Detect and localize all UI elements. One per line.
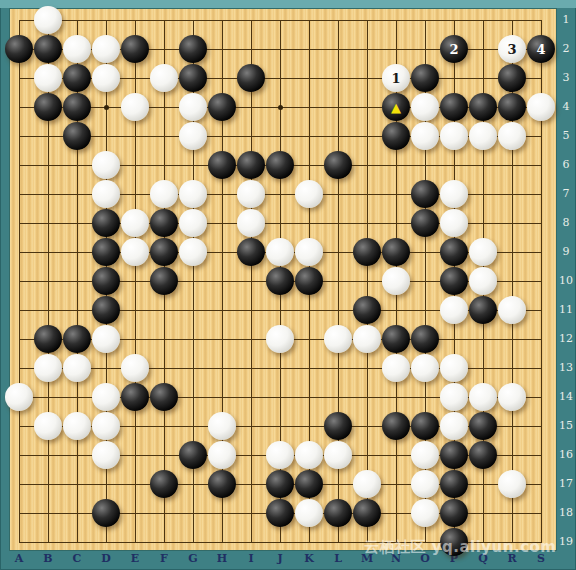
black-stone — [353, 238, 381, 266]
white-stone — [92, 35, 120, 63]
white-stone — [469, 267, 497, 295]
black-stone — [208, 151, 236, 179]
black-stone — [150, 238, 178, 266]
white-stone — [121, 93, 149, 121]
white-stone — [34, 6, 62, 34]
white-stone — [498, 383, 526, 411]
column-label: E — [126, 552, 144, 566]
white-stone — [295, 499, 323, 527]
white-stone — [411, 499, 439, 527]
column-label: L — [329, 552, 347, 566]
row-label: 12 — [556, 332, 576, 346]
white-stone — [92, 151, 120, 179]
black-stone — [440, 267, 468, 295]
black-stone — [92, 267, 120, 295]
row-label: 13 — [556, 361, 576, 375]
white-stone — [498, 296, 526, 324]
row-label: 2 — [556, 42, 576, 56]
column-label: D — [97, 552, 115, 566]
white-stone — [208, 441, 236, 469]
row-label: 16 — [556, 448, 576, 462]
black-stone — [92, 238, 120, 266]
row-label: 19 — [556, 535, 576, 549]
black-stone — [440, 499, 468, 527]
white-stone — [324, 441, 352, 469]
white-stone — [295, 180, 323, 208]
black-stone: 4 — [527, 35, 555, 63]
row-label: 11 — [556, 303, 576, 317]
white-stone — [440, 383, 468, 411]
column-label: A — [10, 552, 28, 566]
black-stone — [179, 64, 207, 92]
black-stone — [237, 64, 265, 92]
black-stone — [63, 93, 91, 121]
star-point — [278, 105, 283, 110]
black-stone — [92, 499, 120, 527]
white-stone — [179, 209, 207, 237]
white-stone — [440, 122, 468, 150]
white-stone — [150, 180, 178, 208]
white-stone — [34, 412, 62, 440]
black-stone — [440, 93, 468, 121]
white-stone — [266, 238, 294, 266]
black-stone — [469, 441, 497, 469]
black-stone — [63, 122, 91, 150]
white-stone — [411, 93, 439, 121]
white-stone — [440, 354, 468, 382]
black-stone — [92, 209, 120, 237]
black-stone — [469, 93, 497, 121]
white-stone — [92, 180, 120, 208]
white-stone — [440, 412, 468, 440]
white-stone — [208, 412, 236, 440]
row-label: 4 — [556, 100, 576, 114]
white-stone — [382, 354, 410, 382]
white-stone — [324, 325, 352, 353]
white-stone — [411, 354, 439, 382]
row-label: 10 — [556, 274, 576, 288]
black-stone — [382, 238, 410, 266]
white-stone — [469, 383, 497, 411]
row-label: 7 — [556, 187, 576, 201]
column-label: I — [242, 552, 260, 566]
white-stone: 1 — [382, 64, 410, 92]
column-label: B — [39, 552, 57, 566]
frame-top-band — [0, 0, 576, 8]
black-stone — [208, 93, 236, 121]
black-stone — [324, 151, 352, 179]
black-stone — [411, 64, 439, 92]
black-stone — [179, 441, 207, 469]
black-stone — [382, 122, 410, 150]
black-stone — [324, 499, 352, 527]
row-label: 3 — [556, 71, 576, 85]
column-label: H — [213, 552, 231, 566]
white-stone — [63, 35, 91, 63]
black-stone — [498, 93, 526, 121]
black-stone — [208, 470, 236, 498]
white-stone — [92, 64, 120, 92]
black-stone — [266, 470, 294, 498]
white-stone — [237, 209, 265, 237]
black-stone — [34, 325, 62, 353]
black-stone — [353, 499, 381, 527]
white-stone — [121, 238, 149, 266]
black-stone — [411, 412, 439, 440]
white-stone — [266, 441, 294, 469]
white-stone — [353, 325, 381, 353]
column-label: F — [155, 552, 173, 566]
row-label: 15 — [556, 419, 576, 433]
white-stone — [179, 180, 207, 208]
black-stone — [266, 151, 294, 179]
white-stone — [179, 122, 207, 150]
white-stone — [411, 122, 439, 150]
column-label: K — [300, 552, 318, 566]
black-stone — [5, 35, 33, 63]
white-stone — [237, 180, 265, 208]
row-label: 14 — [556, 390, 576, 404]
white-stone — [92, 412, 120, 440]
triangle-mark: ▲ — [391, 101, 401, 114]
white-stone — [34, 354, 62, 382]
black-stone — [295, 267, 323, 295]
white-stone — [382, 267, 410, 295]
row-label: 9 — [556, 245, 576, 259]
black-stone — [121, 35, 149, 63]
black-stone — [121, 383, 149, 411]
white-stone — [527, 93, 555, 121]
black-stone — [382, 412, 410, 440]
white-stone — [411, 441, 439, 469]
row-label: 8 — [556, 216, 576, 230]
white-stone — [5, 383, 33, 411]
white-stone — [353, 470, 381, 498]
white-stone — [295, 441, 323, 469]
grid-vline — [367, 20, 368, 543]
black-stone — [150, 470, 178, 498]
black-stone — [295, 470, 323, 498]
black-stone — [440, 470, 468, 498]
black-stone — [469, 296, 497, 324]
white-stone — [440, 209, 468, 237]
white-stone — [179, 93, 207, 121]
white-stone — [63, 412, 91, 440]
black-stone — [237, 238, 265, 266]
white-stone — [498, 122, 526, 150]
black-stone — [150, 209, 178, 237]
white-stone — [469, 122, 497, 150]
column-label: J — [271, 552, 289, 566]
black-stone — [324, 412, 352, 440]
row-label: 6 — [556, 158, 576, 172]
star-point — [104, 105, 109, 110]
black-stone — [411, 180, 439, 208]
row-label: 1 — [556, 13, 576, 27]
white-stone — [92, 325, 120, 353]
white-stone — [34, 64, 62, 92]
black-stone — [353, 296, 381, 324]
column-label: G — [184, 552, 202, 566]
row-label: 18 — [556, 506, 576, 520]
white-stone — [440, 180, 468, 208]
white-stone: 3 — [498, 35, 526, 63]
go-board: 2341▲ — [10, 9, 556, 550]
white-stone — [63, 354, 91, 382]
black-stone — [266, 267, 294, 295]
black-stone — [63, 325, 91, 353]
black-stone: 2 — [440, 35, 468, 63]
black-stone — [411, 209, 439, 237]
watermark-text: 云栖社区 yq.aliyun.com — [364, 538, 557, 557]
black-stone — [411, 325, 439, 353]
black-stone — [237, 151, 265, 179]
black-stone — [34, 35, 62, 63]
white-stone — [411, 470, 439, 498]
black-stone — [440, 238, 468, 266]
black-stone — [469, 412, 497, 440]
black-stone: ▲ — [382, 93, 410, 121]
white-stone — [92, 383, 120, 411]
go-diagram: 2341▲ ABCDEFGHIJKLMNOPQRS123456789101112… — [0, 0, 576, 570]
black-stone — [440, 441, 468, 469]
black-stone — [34, 93, 62, 121]
column-label: C — [68, 552, 86, 566]
white-stone — [498, 470, 526, 498]
black-stone — [92, 296, 120, 324]
white-stone — [179, 238, 207, 266]
row-label: 5 — [556, 129, 576, 143]
black-stone — [266, 499, 294, 527]
white-stone — [121, 209, 149, 237]
white-stone — [121, 354, 149, 382]
white-stone — [440, 296, 468, 324]
black-stone — [382, 325, 410, 353]
white-stone — [92, 441, 120, 469]
black-stone — [179, 35, 207, 63]
white-stone — [150, 64, 178, 92]
black-stone — [63, 64, 91, 92]
white-stone — [469, 238, 497, 266]
white-stone — [295, 238, 323, 266]
row-label: 17 — [556, 477, 576, 491]
white-stone — [266, 325, 294, 353]
black-stone — [150, 267, 178, 295]
black-stone — [150, 383, 178, 411]
black-stone — [498, 64, 526, 92]
